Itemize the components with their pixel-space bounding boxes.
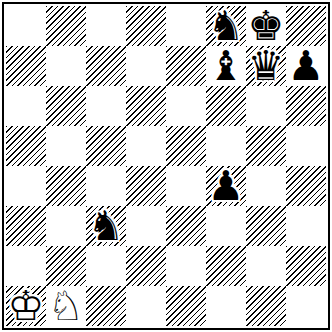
square-a6[interactable] [6, 86, 46, 126]
black-bishop-icon: ♝ [208, 42, 245, 90]
square-a8[interactable] [6, 6, 46, 46]
square-f1[interactable] [206, 286, 246, 326]
square-g3[interactable] [246, 206, 286, 246]
square-c2[interactable] [86, 246, 126, 286]
square-d7[interactable] [126, 46, 166, 86]
square-h6[interactable] [286, 86, 326, 126]
square-g7[interactable]: ♛♛ [246, 46, 286, 86]
square-d4[interactable] [126, 166, 166, 206]
square-b7[interactable] [46, 46, 86, 86]
square-e5[interactable] [166, 126, 206, 166]
square-c3[interactable]: ♞♞ [86, 206, 126, 246]
square-c1[interactable] [86, 286, 126, 326]
black-king-g8[interactable]: ♚♚ [246, 6, 286, 46]
square-h5[interactable] [286, 126, 326, 166]
square-c7[interactable] [86, 46, 126, 86]
square-g8[interactable]: ♚♚ [246, 6, 286, 46]
square-b8[interactable] [46, 6, 86, 46]
square-e7[interactable] [166, 46, 206, 86]
square-h3[interactable] [286, 206, 326, 246]
black-queen-icon: ♛ [248, 42, 285, 90]
white-king-a1[interactable]: ♚♔ [6, 286, 46, 326]
square-h4[interactable] [286, 166, 326, 206]
square-a3[interactable] [6, 206, 46, 246]
square-a5[interactable] [6, 126, 46, 166]
square-e6[interactable] [166, 86, 206, 126]
square-f6[interactable] [206, 86, 246, 126]
square-g6[interactable] [246, 86, 286, 126]
square-b2[interactable] [46, 246, 86, 286]
square-h7[interactable]: ♟♟ [286, 46, 326, 86]
square-e8[interactable] [166, 6, 206, 46]
square-e3[interactable] [166, 206, 206, 246]
square-f8[interactable]: ♞♞ [206, 6, 246, 46]
square-c8[interactable] [86, 6, 126, 46]
square-h8[interactable] [286, 6, 326, 46]
black-pawn-icon: ♟ [208, 162, 245, 210]
black-pawn-h7[interactable]: ♟♟ [286, 46, 326, 86]
square-c4[interactable] [86, 166, 126, 206]
square-b5[interactable] [46, 126, 86, 166]
square-c6[interactable] [86, 86, 126, 126]
square-b6[interactable] [46, 86, 86, 126]
square-b1[interactable]: ♞♘ [46, 286, 86, 326]
black-bishop-f7[interactable]: ♝♝ [206, 46, 246, 86]
square-a2[interactable] [6, 246, 46, 286]
square-e1[interactable] [166, 286, 206, 326]
square-a1[interactable]: ♚♔ [6, 286, 46, 326]
square-d1[interactable] [126, 286, 166, 326]
chess-board: ♞♞♚♚♝♝♛♛♟♟♟♟♞♞♚♔♞♘ [6, 6, 326, 326]
black-knight-icon: ♞ [88, 202, 125, 250]
square-g2[interactable] [246, 246, 286, 286]
square-b3[interactable] [46, 206, 86, 246]
square-g1[interactable] [246, 286, 286, 326]
square-g5[interactable] [246, 126, 286, 166]
square-d6[interactable] [126, 86, 166, 126]
square-d5[interactable] [126, 126, 166, 166]
square-h2[interactable] [286, 246, 326, 286]
square-e4[interactable] [166, 166, 206, 206]
board-frame: ♞♞♚♚♝♝♛♛♟♟♟♟♞♞♚♔♞♘ [2, 2, 330, 330]
black-pawn-f4[interactable]: ♟♟ [206, 166, 246, 206]
square-h1[interactable] [286, 286, 326, 326]
square-e2[interactable] [166, 246, 206, 286]
square-a7[interactable] [6, 46, 46, 86]
white-knight-icon: ♘ [48, 282, 85, 330]
square-d3[interactable] [126, 206, 166, 246]
square-g4[interactable] [246, 166, 286, 206]
square-f2[interactable] [206, 246, 246, 286]
black-pawn-icon: ♟ [288, 42, 325, 90]
square-d8[interactable] [126, 6, 166, 46]
white-knight-b1[interactable]: ♞♘ [46, 286, 86, 326]
chess-diagram: ♞♞♚♚♝♝♛♛♟♟♟♟♞♞♚♔♞♘ [0, 0, 332, 332]
square-f7[interactable]: ♝♝ [206, 46, 246, 86]
square-b4[interactable] [46, 166, 86, 206]
black-knight-c3[interactable]: ♞♞ [86, 206, 126, 246]
square-f5[interactable] [206, 126, 246, 166]
square-a4[interactable] [6, 166, 46, 206]
black-queen-g7[interactable]: ♛♛ [246, 46, 286, 86]
square-c5[interactable] [86, 126, 126, 166]
white-king-icon: ♔ [8, 282, 45, 330]
square-f3[interactable] [206, 206, 246, 246]
black-knight-f8[interactable]: ♞♞ [206, 6, 246, 46]
square-f4[interactable]: ♟♟ [206, 166, 246, 206]
square-d2[interactable] [126, 246, 166, 286]
